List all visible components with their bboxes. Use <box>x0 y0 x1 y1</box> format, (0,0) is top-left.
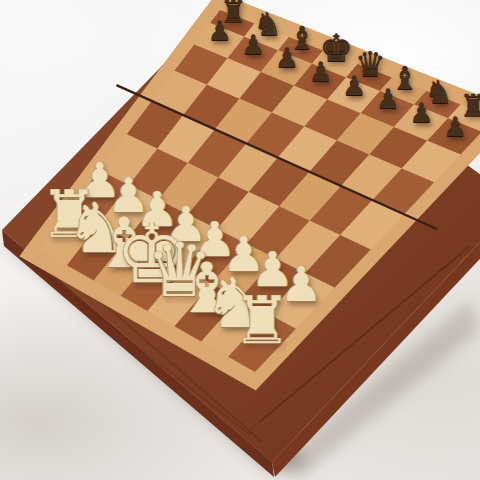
chess-set-photo: ♜♞♟♝♟♚♟♛♟♝♟♞♟♜♟♟♟♟♟♜♟♞♟♝♟♚♟♛♟♝♞♜ <box>0 0 480 480</box>
chess-board <box>0 0 480 480</box>
